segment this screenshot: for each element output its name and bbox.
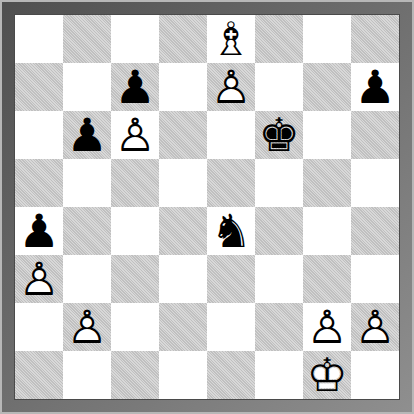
piece-white-pawn-c6[interactable]: ♟︎♙︎ xyxy=(111,111,159,159)
square-b2[interactable]: ♟︎♙︎ xyxy=(63,303,111,351)
piece-black-pawn-b6[interactable]: ♟︎ xyxy=(63,111,111,159)
square-g8[interactable] xyxy=(303,15,351,63)
square-h2[interactable]: ♟︎♙︎ xyxy=(351,303,399,351)
square-d6[interactable] xyxy=(159,111,207,159)
square-a7[interactable] xyxy=(15,63,63,111)
square-c8[interactable] xyxy=(111,15,159,63)
square-e6[interactable] xyxy=(207,111,255,159)
square-d7[interactable] xyxy=(159,63,207,111)
square-f7[interactable] xyxy=(255,63,303,111)
square-d5[interactable] xyxy=(159,159,207,207)
square-f1[interactable] xyxy=(255,351,303,399)
square-g7[interactable] xyxy=(303,63,351,111)
square-h5[interactable] xyxy=(351,159,399,207)
square-f8[interactable] xyxy=(255,15,303,63)
square-g2[interactable]: ♟︎♙︎ xyxy=(303,303,351,351)
square-d4[interactable] xyxy=(159,207,207,255)
square-c1[interactable] xyxy=(111,351,159,399)
square-a5[interactable] xyxy=(15,159,63,207)
square-g6[interactable] xyxy=(303,111,351,159)
piece-black-king-f6[interactable]: ♚︎ xyxy=(255,111,303,159)
square-a1[interactable] xyxy=(15,351,63,399)
square-e3[interactable] xyxy=(207,255,255,303)
square-e7[interactable]: ♟︎♙︎ xyxy=(207,63,255,111)
square-g5[interactable] xyxy=(303,159,351,207)
square-b7[interactable] xyxy=(63,63,111,111)
square-e4[interactable]: ♞︎ xyxy=(207,207,255,255)
piece-black-pawn-a4[interactable]: ♟︎ xyxy=(15,207,63,255)
piece-white-bishop-e8[interactable]: ♝︎♗︎ xyxy=(207,15,255,63)
square-b3[interactable] xyxy=(63,255,111,303)
piece-black-pawn-c7[interactable]: ♟︎ xyxy=(111,63,159,111)
square-a3[interactable]: ♟︎♙︎ xyxy=(15,255,63,303)
square-b1[interactable] xyxy=(63,351,111,399)
square-c5[interactable] xyxy=(111,159,159,207)
square-b5[interactable] xyxy=(63,159,111,207)
square-g1[interactable]: ♚︎♔︎ xyxy=(303,351,351,399)
piece-white-pawn-b2[interactable]: ♟︎♙︎ xyxy=(63,303,111,351)
square-b8[interactable] xyxy=(63,15,111,63)
square-a6[interactable] xyxy=(15,111,63,159)
square-c7[interactable]: ♟︎ xyxy=(111,63,159,111)
square-f2[interactable] xyxy=(255,303,303,351)
square-e2[interactable] xyxy=(207,303,255,351)
square-d1[interactable] xyxy=(159,351,207,399)
chess-board: ♝︎♗︎♟︎♟︎♙︎♟︎♟︎♟︎♙︎♚︎♟︎♞︎♟︎♙︎♟︎♙︎♟︎♙︎♟︎♙︎… xyxy=(14,14,400,400)
square-h3[interactable] xyxy=(351,255,399,303)
square-h4[interactable] xyxy=(351,207,399,255)
piece-white-king-g1[interactable]: ♚︎♔︎ xyxy=(303,351,351,399)
square-c6[interactable]: ♟︎♙︎ xyxy=(111,111,159,159)
square-h7[interactable]: ♟︎ xyxy=(351,63,399,111)
piece-black-knight-e4[interactable]: ♞︎ xyxy=(207,207,255,255)
piece-white-pawn-h2[interactable]: ♟︎♙︎ xyxy=(351,303,399,351)
square-e8[interactable]: ♝︎♗︎ xyxy=(207,15,255,63)
square-f4[interactable] xyxy=(255,207,303,255)
square-c2[interactable] xyxy=(111,303,159,351)
square-b6[interactable]: ♟︎ xyxy=(63,111,111,159)
piece-black-pawn-h7[interactable]: ♟︎ xyxy=(351,63,399,111)
square-d3[interactable] xyxy=(159,255,207,303)
square-f5[interactable] xyxy=(255,159,303,207)
square-a2[interactable] xyxy=(15,303,63,351)
square-g4[interactable] xyxy=(303,207,351,255)
board-frame: ♝︎♗︎♟︎♟︎♙︎♟︎♟︎♟︎♙︎♚︎♟︎♞︎♟︎♙︎♟︎♙︎♟︎♙︎♟︎♙︎… xyxy=(0,0,414,414)
square-d2[interactable] xyxy=(159,303,207,351)
square-c4[interactable] xyxy=(111,207,159,255)
square-a4[interactable]: ♟︎ xyxy=(15,207,63,255)
square-f3[interactable] xyxy=(255,255,303,303)
square-g3[interactable] xyxy=(303,255,351,303)
square-e1[interactable] xyxy=(207,351,255,399)
square-a8[interactable] xyxy=(15,15,63,63)
square-h1[interactable] xyxy=(351,351,399,399)
square-c3[interactable] xyxy=(111,255,159,303)
square-f6[interactable]: ♚︎ xyxy=(255,111,303,159)
piece-white-pawn-e7[interactable]: ♟︎♙︎ xyxy=(207,63,255,111)
piece-white-pawn-a3[interactable]: ♟︎♙︎ xyxy=(15,255,63,303)
square-h8[interactable] xyxy=(351,15,399,63)
square-b4[interactable] xyxy=(63,207,111,255)
piece-white-pawn-g2[interactable]: ♟︎♙︎ xyxy=(303,303,351,351)
square-e5[interactable] xyxy=(207,159,255,207)
square-h6[interactable] xyxy=(351,111,399,159)
square-d8[interactable] xyxy=(159,15,207,63)
